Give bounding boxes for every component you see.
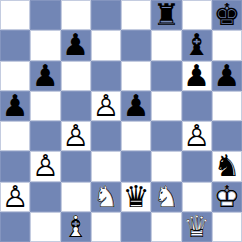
piece-white-pawn[interactable]: ♟♙ (32, 151, 59, 181)
square-e3[interactable] (121, 151, 151, 181)
square-c8[interactable] (61, 0, 91, 30)
square-f5[interactable] (151, 91, 181, 121)
piece-black-pawn[interactable]: ♟ (183, 61, 210, 91)
square-b1[interactable] (30, 212, 60, 242)
piece-black-pawn[interactable]: ♟ (213, 61, 240, 91)
square-g6[interactable]: ♟ (182, 61, 212, 91)
piece-white-pawn[interactable]: ♟♙ (62, 121, 89, 151)
piece-black-rook[interactable]: ♜ (153, 0, 180, 30)
knight-outline-layer: ♘ (153, 179, 180, 214)
square-g1[interactable]: ♛♕ (182, 212, 212, 242)
square-b3[interactable]: ♟♙ (30, 151, 60, 181)
square-b5[interactable] (30, 91, 60, 121)
piece-black-pawn[interactable]: ♟ (123, 91, 150, 121)
square-f7[interactable] (151, 30, 181, 60)
pawn-outline-layer: ♙ (62, 118, 89, 153)
square-a7[interactable] (0, 30, 30, 60)
square-a3[interactable] (0, 151, 30, 181)
square-a5[interactable]: ♟ (0, 91, 30, 121)
square-g2[interactable] (182, 182, 212, 212)
square-e1[interactable] (121, 212, 151, 242)
square-a6[interactable] (0, 61, 30, 91)
pawn-outline-layer: ♙ (2, 179, 29, 214)
square-e4[interactable] (121, 121, 151, 151)
square-f4[interactable] (151, 121, 181, 151)
square-a1[interactable] (0, 212, 30, 242)
pawn-outline-layer: ♙ (32, 148, 59, 183)
square-e7[interactable] (121, 30, 151, 60)
square-f6[interactable] (151, 61, 181, 91)
piece-black-queen[interactable]: ♛ (123, 182, 150, 212)
square-b7[interactable] (30, 30, 60, 60)
square-g7[interactable]: ♝ (182, 30, 212, 60)
square-h3[interactable]: ♞ (212, 151, 242, 181)
square-b6[interactable]: ♟ (30, 61, 60, 91)
piece-black-pawn[interactable]: ♟ (32, 61, 59, 91)
square-a2[interactable]: ♟♙ (0, 182, 30, 212)
square-c2[interactable] (61, 182, 91, 212)
square-g3[interactable] (182, 151, 212, 181)
square-h6[interactable]: ♟ (212, 61, 242, 91)
square-e6[interactable] (121, 61, 151, 91)
square-g4[interactable]: ♟♙ (182, 121, 212, 151)
piece-white-pawn[interactable]: ♟♙ (183, 121, 210, 151)
square-b4[interactable] (30, 121, 60, 151)
chess-board: ♜♚♟♝♟♟♟♟♟♙♟♟♙♟♙♟♙♞♟♙♞♘♛♞♘♚♔♝♗♛♕ (0, 0, 242, 242)
bishop-outline-layer: ♗ (62, 209, 89, 242)
square-h1[interactable] (212, 212, 242, 242)
pawn-outline-layer: ♙ (92, 88, 119, 123)
piece-white-queen[interactable]: ♛♕ (183, 212, 210, 242)
piece-white-pawn[interactable]: ♟♙ (92, 91, 119, 121)
piece-white-bishop[interactable]: ♝♗ (62, 212, 89, 242)
square-g5[interactable] (182, 91, 212, 121)
square-e2[interactable]: ♛ (121, 182, 151, 212)
square-e8[interactable] (121, 0, 151, 30)
piece-black-king[interactable]: ♚ (213, 0, 240, 30)
square-d3[interactable] (91, 151, 121, 181)
piece-white-knight[interactable]: ♞♘ (153, 182, 180, 212)
square-h2[interactable]: ♚♔ (212, 182, 242, 212)
square-d2[interactable]: ♞♘ (91, 182, 121, 212)
piece-black-pawn[interactable]: ♟ (62, 30, 89, 60)
square-f8[interactable]: ♜ (151, 0, 181, 30)
pawn-outline-layer: ♙ (183, 118, 210, 153)
queen-outline-layer: ♕ (183, 209, 210, 242)
square-c1[interactable]: ♝♗ (61, 212, 91, 242)
square-d1[interactable] (91, 212, 121, 242)
king-outline-layer: ♔ (213, 179, 240, 214)
square-d7[interactable] (91, 30, 121, 60)
knight-outline-layer: ♘ (92, 179, 119, 214)
square-b8[interactable] (30, 0, 60, 30)
square-c6[interactable] (61, 61, 91, 91)
square-c5[interactable] (61, 91, 91, 121)
square-c3[interactable] (61, 151, 91, 181)
square-a8[interactable] (0, 0, 30, 30)
square-d5[interactable]: ♟♙ (91, 91, 121, 121)
square-d6[interactable] (91, 61, 121, 91)
piece-black-bishop[interactable]: ♝ (183, 30, 210, 60)
square-b2[interactable] (30, 182, 60, 212)
square-e5[interactable]: ♟ (121, 91, 151, 121)
square-a4[interactable] (0, 121, 30, 151)
square-d8[interactable] (91, 0, 121, 30)
square-g8[interactable] (182, 0, 212, 30)
piece-white-pawn[interactable]: ♟♙ (2, 182, 29, 212)
square-h7[interactable] (212, 30, 242, 60)
square-c4[interactable]: ♟♙ (61, 121, 91, 151)
square-h4[interactable] (212, 121, 242, 151)
piece-white-king[interactable]: ♚♔ (213, 182, 240, 212)
square-f3[interactable] (151, 151, 181, 181)
square-h5[interactable] (212, 91, 242, 121)
square-f2[interactable]: ♞♘ (151, 182, 181, 212)
square-c7[interactable]: ♟ (61, 30, 91, 60)
piece-white-knight[interactable]: ♞♘ (92, 182, 119, 212)
square-f1[interactable] (151, 212, 181, 242)
piece-black-knight[interactable]: ♞ (213, 151, 240, 181)
square-d4[interactable] (91, 121, 121, 151)
square-h8[interactable]: ♚ (212, 0, 242, 30)
piece-black-pawn[interactable]: ♟ (2, 91, 29, 121)
